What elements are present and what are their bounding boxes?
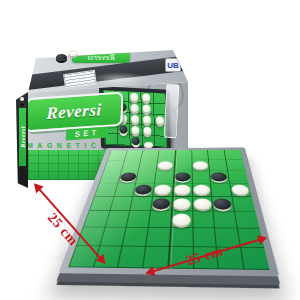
disc-white[interactable] [193,161,208,169]
side-white-disc-icon [20,97,24,101]
disc-white[interactable] [173,185,190,195]
board-field[interactable] [68,150,270,270]
disc-black[interactable] [135,185,153,195]
disc-white[interactable] [172,213,191,226]
box-side-title-text: Reversi [20,126,26,148]
brand-logo: UB [165,58,181,72]
disc-black[interactable] [174,173,190,182]
disc-white[interactable] [193,185,210,195]
box-left-side: Reversi [16,92,28,188]
box-top-sticker-text: Reversi [87,53,115,62]
disc-black[interactable] [213,198,232,209]
box-top-green-sticker: Reversi [72,52,130,63]
disc-black[interactable] [211,173,228,182]
disc-white[interactable] [193,198,211,209]
reversi-board [58,147,279,276]
disc-white[interactable] [154,185,172,195]
disc-black[interactable] [119,173,137,182]
loose-white-disc[interactable] [68,50,78,56]
disc-white[interactable] [173,198,191,209]
disc-white[interactable] [157,162,173,170]
disc-black[interactable] [152,198,171,209]
loose-black-disc[interactable] [56,54,67,61]
disc-white[interactable] [231,185,250,195]
box-side-sticker: Reversi [19,108,26,166]
shrinkwrap-glare [90,72,148,86]
